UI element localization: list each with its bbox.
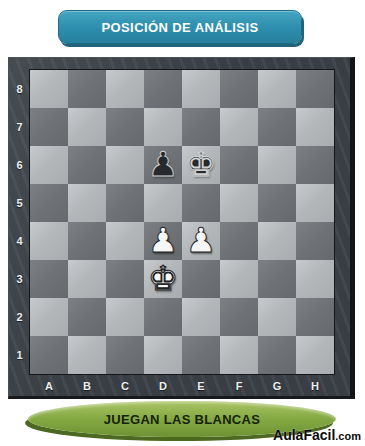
board-square [144, 184, 182, 222]
board-square [30, 70, 68, 108]
page: POSICIÓN DE ANÁLISIS 87654321 ♟♚♟♟♚ ABCD… [0, 0, 365, 446]
white-pawn-piece: ♟ [144, 222, 182, 260]
board-square [258, 108, 296, 146]
board-square [296, 298, 334, 336]
board-square [258, 146, 296, 184]
board-square [296, 70, 334, 108]
board-square [182, 108, 220, 146]
white-pawn-piece: ♟ [182, 222, 220, 260]
board-square: ♚ [144, 260, 182, 298]
board-square [182, 184, 220, 222]
board-square [220, 260, 258, 298]
board-square [106, 108, 144, 146]
board-square [220, 222, 258, 260]
white-king-piece: ♚ [144, 260, 182, 298]
board-square [144, 336, 182, 374]
board-square [258, 222, 296, 260]
rank-label: 6 [9, 146, 30, 184]
board-square [182, 70, 220, 108]
board-square [258, 70, 296, 108]
board-square [68, 108, 106, 146]
analysis-banner-label: POSICIÓN DE ANÁLISIS [101, 20, 258, 35]
analysis-banner: POSICIÓN DE ANÁLISIS [58, 10, 302, 44]
board-square [220, 184, 258, 222]
rank-label: 8 [9, 70, 30, 108]
watermark-tld: .com [335, 430, 361, 442]
board-square [220, 298, 258, 336]
board-square [220, 336, 258, 374]
watermark: AulaFacil.com [273, 427, 361, 443]
board-square [68, 260, 106, 298]
board-square [30, 184, 68, 222]
file-labels: ABCDEFGH [30, 375, 334, 396]
board-square [182, 336, 220, 374]
board-square [106, 184, 144, 222]
turn-banner-label: JUEGAN LAS BLANCAS [104, 412, 260, 427]
board-square [220, 146, 258, 184]
board-square [68, 222, 106, 260]
board-square [296, 184, 334, 222]
board-square [220, 70, 258, 108]
file-label: G [258, 375, 296, 396]
board-square [30, 336, 68, 374]
board-square [30, 146, 68, 184]
board-square: ♟ [182, 222, 220, 260]
rank-label: 1 [9, 336, 30, 374]
board-square [106, 336, 144, 374]
board-square [258, 336, 296, 374]
watermark-brand: AulaFacil [273, 427, 335, 443]
board-square: ♚ [182, 146, 220, 184]
board-square [296, 336, 334, 374]
board-square [258, 298, 296, 336]
board-square [258, 184, 296, 222]
chess-board-frame: 87654321 ♟♚♟♟♚ ABCDEFGH [8, 57, 355, 399]
file-label: C [106, 375, 144, 396]
board-square [106, 260, 144, 298]
board-square [68, 146, 106, 184]
board-square [296, 260, 334, 298]
board-square [182, 260, 220, 298]
file-label: F [220, 375, 258, 396]
black-pawn-piece: ♟ [144, 146, 182, 184]
board-square [30, 298, 68, 336]
file-label: D [144, 375, 182, 396]
rank-labels: 87654321 [9, 70, 30, 374]
board-square [296, 146, 334, 184]
board-square [296, 108, 334, 146]
board-square [30, 108, 68, 146]
board-square [68, 184, 106, 222]
rank-label: 4 [9, 222, 30, 260]
board-square [106, 70, 144, 108]
board-square [106, 298, 144, 336]
rank-label: 7 [9, 108, 30, 146]
board-square [68, 70, 106, 108]
rank-label: 2 [9, 298, 30, 336]
file-label: B [68, 375, 106, 396]
rank-label: 3 [9, 260, 30, 298]
board-square [144, 108, 182, 146]
board-square [144, 298, 182, 336]
board-square [30, 260, 68, 298]
board-square: ♟ [144, 222, 182, 260]
board-square [68, 336, 106, 374]
board-square [182, 298, 220, 336]
board-square [296, 222, 334, 260]
file-label: E [182, 375, 220, 396]
file-label: H [296, 375, 334, 396]
rank-label: 5 [9, 184, 30, 222]
chess-board: ♟♚♟♟♚ [30, 70, 334, 374]
board-square [68, 298, 106, 336]
black-king-piece: ♚ [182, 146, 220, 184]
file-label: A [30, 375, 68, 396]
board-square [106, 222, 144, 260]
board-square: ♟ [144, 146, 182, 184]
board-square [220, 108, 258, 146]
board-square [30, 222, 68, 260]
board-square [106, 146, 144, 184]
board-square [144, 70, 182, 108]
board-square [258, 260, 296, 298]
